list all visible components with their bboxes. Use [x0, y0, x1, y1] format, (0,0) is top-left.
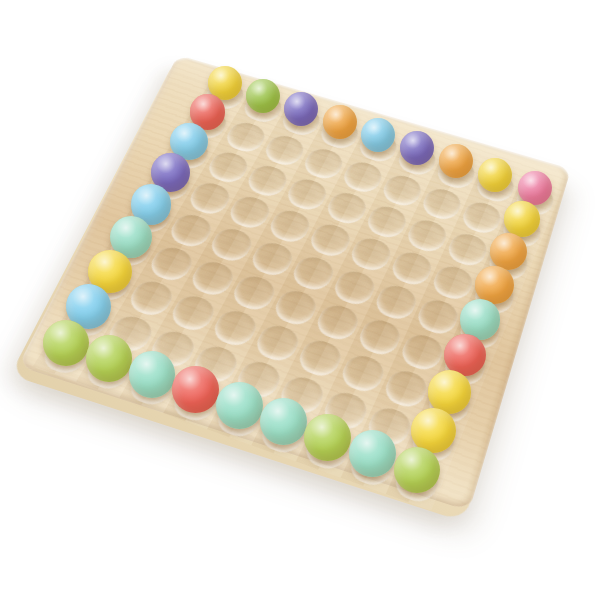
bead-yellow[interactable]	[478, 158, 512, 192]
bead-purple[interactable]	[284, 92, 318, 126]
bead-purple[interactable]	[400, 131, 434, 165]
bead-mint[interactable]	[349, 430, 396, 477]
bead-green[interactable]	[304, 414, 351, 461]
photo-canvas	[0, 0, 600, 600]
bead-green[interactable]	[86, 335, 133, 382]
bead-red[interactable]	[172, 366, 219, 413]
bead-skyblue[interactable]	[361, 118, 395, 152]
bead-orange[interactable]	[323, 105, 357, 139]
bead-lime[interactable]	[246, 79, 280, 113]
bead-mint[interactable]	[129, 351, 176, 398]
bead-mint[interactable]	[260, 398, 307, 445]
bead-yellow[interactable]	[504, 201, 540, 237]
bead-mint[interactable]	[216, 382, 263, 429]
bead-orange[interactable]	[490, 233, 527, 270]
bead-pink[interactable]	[518, 171, 552, 205]
